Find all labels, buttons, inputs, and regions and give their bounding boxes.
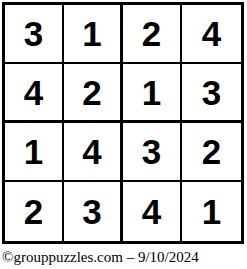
cell-r1c1: 3	[5, 5, 64, 64]
cell-r2c3: 1	[123, 64, 182, 123]
cell-r3c3: 3	[123, 123, 182, 182]
cell-r1c4: 4	[182, 5, 241, 64]
cell-r2c1: 4	[5, 64, 64, 123]
cell-r4c4: 1	[182, 182, 241, 241]
cell-r4c1: 2	[5, 182, 64, 241]
cell-r3c2: 4	[64, 123, 123, 182]
cell-r2c4: 3	[182, 64, 241, 123]
cell-r3c4: 2	[182, 123, 241, 182]
cell-r4c3: 4	[123, 182, 182, 241]
cell-r4c2: 3	[64, 182, 123, 241]
cell-r1c2: 1	[64, 5, 123, 64]
cell-r3c1: 1	[5, 123, 64, 182]
cell-r1c3: 2	[123, 5, 182, 64]
credit-line: ©grouppuzzles.com – 9/10/2024	[2, 249, 199, 266]
sudoku-board: 3 1 2 4 4 2 1 3 1 4 3 2 2 3 4 1	[2, 2, 244, 244]
cell-r2c2: 2	[64, 64, 123, 123]
